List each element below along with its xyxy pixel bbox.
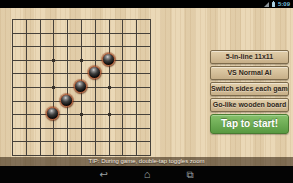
star-point (80, 113, 83, 116)
tip-text: TIP: During game, double-tap toggles zoo… (88, 158, 204, 164)
stone-black (60, 94, 73, 107)
grid-line-vertical (95, 19, 96, 156)
stone-black (74, 80, 87, 93)
grid-line-horizontal (12, 128, 151, 129)
grid-line-horizontal (12, 101, 151, 102)
stone-black (102, 53, 115, 66)
signal-icon (264, 2, 269, 7)
back-icon[interactable]: ↩ (99, 166, 107, 183)
grid-line-horizontal (12, 155, 151, 156)
star-point (108, 113, 111, 116)
app-screen: 5:09 5-in-line 11x11 VS Normal AI Switch… (0, 0, 293, 183)
star-point (52, 86, 55, 89)
grid-line-vertical (150, 19, 151, 156)
status-bar: 5:09 (0, 0, 293, 8)
status-clock: 5:09 (278, 0, 290, 8)
home-icon[interactable]: ⌂ (144, 166, 151, 183)
star-point (52, 59, 55, 62)
stone-black (88, 66, 101, 79)
grid-line-vertical (136, 19, 137, 156)
start-game-button[interactable]: Tap to start! (210, 114, 289, 134)
opponent-select-button[interactable]: VS Normal AI (210, 66, 289, 80)
menu-screen-background: 5-in-line 11x11 VS Normal AI Switch side… (0, 8, 293, 166)
grid-line-vertical (122, 19, 123, 156)
tip-bar: TIP: During game, double-tap toggles zoo… (0, 157, 293, 166)
board-style-button[interactable]: Go-like wooden board (210, 98, 289, 112)
battery-icon (272, 2, 275, 7)
grid-line-horizontal (12, 141, 151, 142)
star-point (80, 59, 83, 62)
rule-select-button[interactable]: 5-in-line 11x11 (210, 50, 289, 64)
settings-menu: 5-in-line 11x11 VS Normal AI Switch side… (210, 50, 289, 134)
android-nav-bar: ↩ ⌂ ⧉ (0, 166, 293, 183)
game-board[interactable] (12, 19, 150, 155)
recent-apps-icon[interactable]: ⧉ (186, 166, 193, 183)
star-point (108, 86, 111, 89)
stone-black (46, 107, 59, 120)
side-switch-button[interactable]: Switch sides each game (210, 82, 289, 96)
